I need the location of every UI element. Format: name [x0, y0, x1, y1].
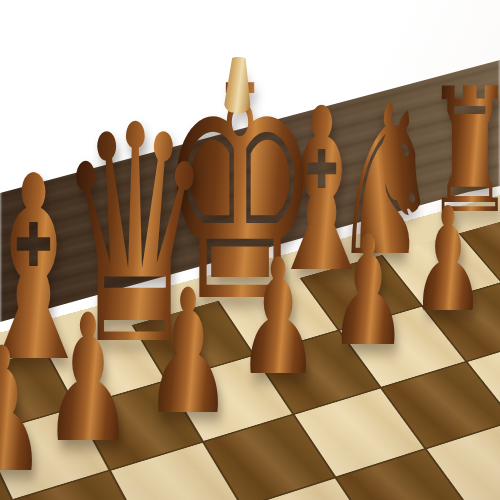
- board-perspective-wrapper: [0, 0, 500, 500]
- chess-set-photo: ♝ ♛ ♚ ♝ ♞ ♜ ♟ ♟ ♟ ♟ ♟ ♟: [0, 0, 500, 500]
- chessboard-grid: [0, 182, 500, 500]
